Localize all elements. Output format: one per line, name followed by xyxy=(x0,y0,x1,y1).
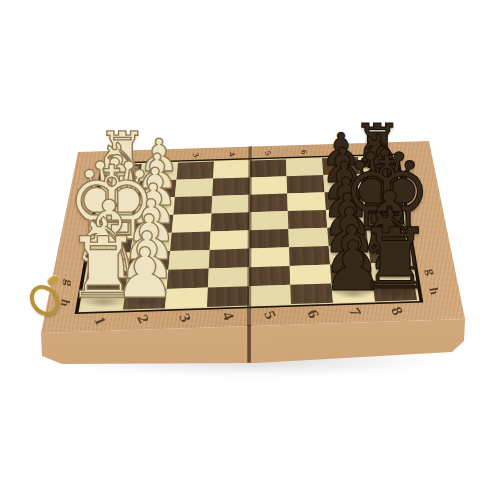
piece-black-pawn-a7: ♟ xyxy=(321,127,361,172)
square-b4 xyxy=(0,0,500,500)
piece-shadow-h8 xyxy=(371,286,418,299)
piece-shadow-a2 xyxy=(146,170,171,177)
square-b8 xyxy=(0,0,500,500)
chess-set-product-photo: 1234567812345678ghgh♜♟♟♜♞♟♟♞♝♟♟♝♛♟♟♛♚♟♟♚… xyxy=(0,0,500,500)
square-g1 xyxy=(0,0,500,500)
square-a6 xyxy=(0,0,500,500)
piece-black-knight-g8: ♞ xyxy=(355,198,430,282)
piece-shadow-d7 xyxy=(331,215,362,223)
brass-latch-ring xyxy=(24,279,65,322)
piece-white-pawn-d2: ♟ xyxy=(128,176,177,231)
piece-shadow-c1 xyxy=(98,204,137,214)
square-f4 xyxy=(0,0,500,500)
square-e2 xyxy=(0,0,500,500)
front-rank-number-5: 5 xyxy=(261,308,280,321)
square-b5 xyxy=(0,0,500,500)
square-g7 xyxy=(0,0,500,500)
square-h1 xyxy=(0,0,500,500)
piece-white-pawn-f2: ♟ xyxy=(121,207,177,269)
square-h2 xyxy=(0,0,500,500)
square-f6 xyxy=(0,0,500,500)
square-e3 xyxy=(0,0,500,500)
piece-shadow-e1 xyxy=(83,238,140,253)
piece-black-pawn-c7: ♟ xyxy=(321,155,368,207)
square-c1 xyxy=(0,0,500,500)
piece-shadow-h1 xyxy=(80,296,127,309)
square-c7 xyxy=(0,0,500,500)
piece-shadow-b2 xyxy=(144,187,171,194)
square-b6 xyxy=(0,0,500,500)
piece-shadow-f8 xyxy=(367,249,413,261)
piece-black-king-e8: ♚ xyxy=(341,145,432,247)
square-b1 xyxy=(0,0,500,500)
square-f3 xyxy=(0,0,500,500)
square-a3 xyxy=(0,0,500,500)
back-rank-number-2: 2 xyxy=(155,153,166,160)
back-rank-number-5: 5 xyxy=(263,149,274,156)
piece-shadow-f1 xyxy=(86,258,132,270)
fold-seam-top xyxy=(0,0,500,500)
piece-black-rook-h8: ♜ xyxy=(357,217,432,301)
front-rank-number-8: 8 xyxy=(388,304,407,317)
front-rank-number-6: 6 xyxy=(303,307,322,320)
square-a1 xyxy=(0,0,500,500)
piece-shadow-d1 xyxy=(90,220,139,233)
piece-shadow-g8 xyxy=(369,267,416,280)
square-h8 xyxy=(0,0,500,500)
piece-shadow-f2 xyxy=(132,258,167,267)
square-g3 xyxy=(0,0,500,500)
square-d2 xyxy=(0,0,500,500)
square-g4 xyxy=(0,0,500,500)
right-file-letter-g: g xyxy=(422,267,438,276)
square-b7 xyxy=(0,0,500,500)
piece-white-queen-d1: ♛ xyxy=(75,148,154,236)
piece-white-pawn-b2: ♟ xyxy=(136,147,179,195)
piece-shadow-e7 xyxy=(332,233,364,242)
square-d4 xyxy=(0,0,500,500)
piece-black-pawn-d7: ♟ xyxy=(321,170,370,225)
piece-white-rook-h1: ♜ xyxy=(66,227,141,311)
surface-sheen xyxy=(0,0,500,500)
piece-black-bishop-f8: ♝ xyxy=(353,181,427,263)
square-g2 xyxy=(0,0,500,500)
piece-white-pawn-a2: ♟ xyxy=(139,133,179,178)
piece-white-king-e1: ♚ xyxy=(66,153,157,255)
piece-shadow-a8 xyxy=(362,162,393,170)
piece-shadow-b7 xyxy=(329,181,356,188)
back-rank-number-1: 1 xyxy=(120,154,131,161)
piece-black-pawn-e7: ♟ xyxy=(322,185,374,243)
piece-shadow-g7 xyxy=(333,270,369,280)
piece-shadow-b8 xyxy=(362,179,397,188)
piece-shadow-g2 xyxy=(129,277,165,287)
board-frame-grain xyxy=(0,0,500,500)
piece-shadow-c8 xyxy=(363,196,402,206)
square-g8 xyxy=(0,0,500,500)
square-d5 xyxy=(0,0,500,500)
square-f1 xyxy=(0,0,500,500)
piece-white-bishop-f1: ♝ xyxy=(72,190,146,272)
square-d3 xyxy=(0,0,500,500)
back-rank-number-6: 6 xyxy=(298,148,309,155)
front-rank-number-4: 4 xyxy=(218,310,237,323)
square-b2 xyxy=(0,0,500,500)
piece-shadow-g1 xyxy=(83,277,130,290)
square-a5 xyxy=(0,0,500,500)
square-h3 xyxy=(0,0,500,500)
square-h5 xyxy=(0,0,500,500)
piece-black-knight-b8: ♞ xyxy=(351,127,407,190)
board-ground-shadow xyxy=(62,346,444,376)
piece-shadow-e2 xyxy=(135,240,167,249)
square-c5 xyxy=(0,0,500,500)
square-f2 xyxy=(0,0,500,500)
square-e8 xyxy=(0,0,500,500)
square-c4 xyxy=(0,0,500,500)
piece-black-pawn-h7: ♟ xyxy=(322,232,384,301)
square-a7 xyxy=(0,0,500,500)
square-a2 xyxy=(0,0,500,500)
piece-white-bishop-c1: ♝ xyxy=(86,147,148,216)
square-d7 xyxy=(0,0,500,500)
square-f5 xyxy=(0,0,500,500)
right-file-letter-h: h xyxy=(426,286,443,296)
square-h7 xyxy=(0,0,500,500)
piece-shadow-c7 xyxy=(330,198,359,206)
front-rank-number-7: 7 xyxy=(345,306,364,319)
back-rank-number-7: 7 xyxy=(334,147,345,154)
brass-latch-mount xyxy=(46,273,61,287)
piece-white-knight-g1: ♞ xyxy=(68,207,143,291)
square-c8 xyxy=(0,0,500,500)
piece-shadow-d2 xyxy=(138,222,169,230)
square-c3 xyxy=(0,0,500,500)
piece-shadow-c2 xyxy=(141,204,170,212)
piece-white-pawn-e2: ♟ xyxy=(125,192,177,250)
piece-black-bishop-c8: ♝ xyxy=(351,139,413,208)
square-e1 xyxy=(0,0,500,500)
square-g6 xyxy=(0,0,500,500)
piece-white-pawn-h2: ♟ xyxy=(114,239,176,308)
front-rank-number-1: 1 xyxy=(91,314,110,327)
square-f7 xyxy=(0,0,500,500)
back-rank-number-8: 8 xyxy=(370,146,381,153)
piece-shadow-h7 xyxy=(334,289,373,299)
back-rank-number-3: 3 xyxy=(191,152,202,159)
piece-shadow-b1 xyxy=(102,187,137,196)
square-a4 xyxy=(0,0,500,500)
piece-black-queen-d8: ♛ xyxy=(345,139,424,227)
square-a8 xyxy=(0,0,500,500)
piece-white-rook-a1: ♜ xyxy=(98,125,147,180)
piece-white-knight-b1: ♞ xyxy=(92,135,148,198)
piece-shadow-d8 xyxy=(360,212,409,225)
playing-area-border-inlay xyxy=(0,0,500,500)
piece-shadow-a1 xyxy=(107,170,138,178)
left-file-letter-g: g xyxy=(61,278,76,288)
square-e4 xyxy=(0,0,500,500)
piece-black-pawn-b7: ♟ xyxy=(321,141,364,189)
piece-shadow-f7 xyxy=(332,251,367,260)
piece-white-pawn-c2: ♟ xyxy=(132,161,179,213)
piece-white-pawn-g2: ♟ xyxy=(118,223,176,288)
square-e6 xyxy=(0,0,500,500)
back-rank-number-4: 4 xyxy=(227,150,238,157)
square-d8 xyxy=(0,0,500,500)
square-h4 xyxy=(0,0,500,500)
piece-black-pawn-f7: ♟ xyxy=(322,200,378,262)
fold-seam-front-face xyxy=(0,0,500,500)
board-front-face xyxy=(0,0,500,500)
folding-chess-board: 1234567812345678ghgh♜♟♟♜♞♟♟♞♝♟♟♝♛♟♟♛♚♟♟♚… xyxy=(0,0,500,500)
square-h6 xyxy=(0,0,500,500)
square-e5 xyxy=(0,0,500,500)
left-file-letter-h: h xyxy=(57,297,72,308)
front-rank-number-2: 2 xyxy=(133,313,152,326)
square-d1 xyxy=(0,0,500,500)
piece-shadow-a7 xyxy=(328,164,353,171)
piece-shadow-e8 xyxy=(359,229,416,244)
playing-area-margin xyxy=(0,0,500,500)
front-rank-number-3: 3 xyxy=(176,311,195,324)
piece-black-pawn-g7: ♟ xyxy=(322,216,380,281)
square-b3 xyxy=(0,0,500,500)
square-d6 xyxy=(0,0,500,500)
square-c6 xyxy=(0,0,500,500)
piece-shadow-h2 xyxy=(126,296,165,306)
piece-black-rook-a8: ♜ xyxy=(353,117,402,172)
square-c2 xyxy=(0,0,500,500)
square-e7 xyxy=(0,0,500,500)
square-f8 xyxy=(0,0,500,500)
board-frame-top xyxy=(0,0,500,500)
square-g5 xyxy=(0,0,500,500)
